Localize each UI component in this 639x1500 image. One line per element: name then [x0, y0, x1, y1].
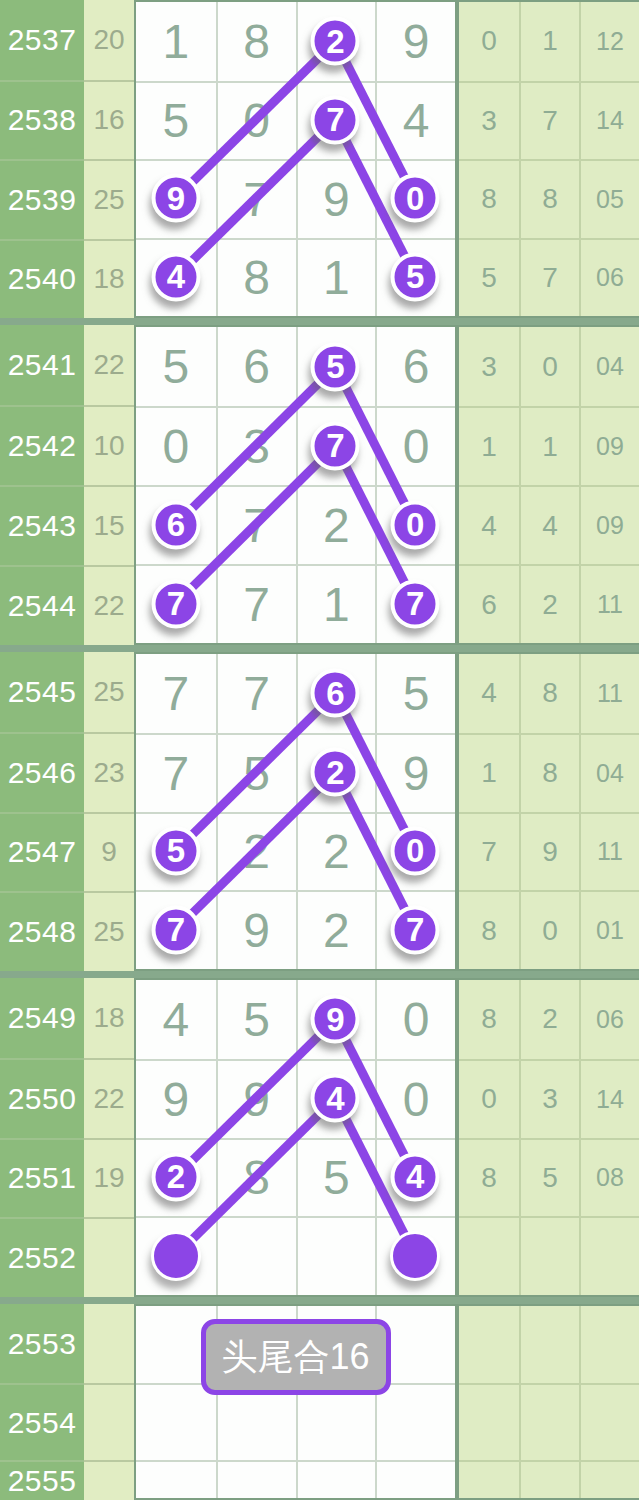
stat-cell: 12	[579, 2, 639, 81]
period-cell: 2542	[0, 405, 84, 485]
period-group: 2549255025512552182219459099402854942482…	[0, 978, 639, 1297]
sum-cell: 19	[84, 1138, 134, 1218]
period-cell: 2543	[0, 485, 84, 565]
stat-cell: 11	[579, 812, 639, 891]
stat-cell: 4	[519, 485, 579, 564]
digit-cell	[136, 1383, 216, 1460]
stat-cell: 5	[459, 238, 519, 317]
sum-cell: 18	[84, 978, 134, 1058]
stat-block	[457, 1304, 639, 1500]
sum-cell: 15	[84, 485, 134, 565]
stat-cell: 3	[459, 81, 519, 160]
stat-cell: 11	[579, 654, 639, 733]
stat-block: 3004110944096211	[457, 325, 639, 645]
period-group: 255325542555头尾合16	[0, 1304, 639, 1500]
prediction-dot	[151, 1231, 201, 1281]
prediction-dot	[390, 1231, 440, 1281]
circled-digit: 7	[311, 95, 360, 144]
stat-cell	[459, 1383, 519, 1460]
stat-cell: 11	[579, 564, 639, 643]
period-column: 2549255025512552	[0, 978, 84, 1297]
sum-cell: 16	[84, 80, 134, 160]
sum-cell: 10	[84, 405, 134, 485]
stat-cell	[519, 1383, 579, 1460]
stat-cell: 01	[579, 890, 639, 969]
stat-cell	[579, 1460, 639, 1498]
circled-digit: 4	[391, 1152, 440, 1201]
period-cell: 2550	[0, 1058, 84, 1138]
circled-digit: 6	[311, 669, 360, 718]
period-column: 2545254625472548	[0, 652, 84, 971]
period-column: 255325542555	[0, 1304, 84, 1500]
sum-cell	[84, 1217, 134, 1297]
stat-cell: 2	[519, 980, 579, 1059]
period-group: 2545254625472548252392577657529522079276…	[0, 652, 639, 971]
period-cell: 2546	[0, 732, 84, 812]
period-column: 2541254225432544	[0, 325, 84, 645]
stat-cell	[519, 1216, 579, 1295]
period-cell: 2549	[0, 978, 84, 1058]
circled-digit: 7	[151, 579, 200, 628]
sum-cell	[84, 1383, 134, 1460]
stat-cell: 8	[459, 159, 519, 238]
digit-grid-block: 4590994028549424	[134, 978, 457, 1297]
sum-cell: 25	[84, 159, 134, 239]
prediction-label: 头尾合16	[201, 1319, 391, 1395]
circled-digit: 7	[311, 421, 360, 470]
stat-cell: 1	[519, 2, 579, 81]
stat-cell: 3	[519, 1059, 579, 1138]
period-cell: 2548	[0, 891, 84, 971]
sum-cell	[84, 1304, 134, 1383]
stat-cell: 06	[579, 238, 639, 317]
stat-cell: 8	[519, 159, 579, 238]
stat-block: 4811180479118001	[457, 652, 639, 971]
stat-cell	[519, 1460, 579, 1498]
circled-digit: 0	[391, 174, 440, 223]
circled-digit: 9	[311, 995, 360, 1044]
circled-digit: 0	[391, 826, 440, 875]
sum-cell: 9	[84, 812, 134, 892]
circled-digit: 7	[391, 905, 440, 954]
circled-digit: 5	[391, 252, 440, 301]
sum-cell: 22	[84, 325, 134, 405]
stat-cell: 14	[579, 1059, 639, 1138]
stat-cell: 8	[459, 1138, 519, 1217]
stat-cell	[579, 1306, 639, 1383]
period-group: 2537253825392540201625181829507497904815…	[0, 0, 639, 318]
stat-cell	[459, 1216, 519, 1295]
stat-cell	[459, 1306, 519, 1383]
sum-column	[84, 1304, 134, 1500]
sum-cell	[84, 1460, 134, 1500]
circled-digit: 9	[151, 174, 200, 223]
circled-digit: 4	[151, 252, 200, 301]
stat-cell: 9	[519, 812, 579, 891]
circled-digit: 2	[151, 1152, 200, 1201]
period-cell: 2538	[0, 80, 84, 160]
sum-cell: 22	[84, 1058, 134, 1138]
period-cell: 2551	[0, 1138, 84, 1218]
stat-cell: 04	[579, 733, 639, 812]
stat-cell: 8	[459, 890, 519, 969]
stat-cell: 4	[459, 654, 519, 733]
digit-grid-block: 7765752952207927625077	[134, 652, 457, 971]
stat-cell: 1	[459, 733, 519, 812]
stat-cell: 06	[579, 980, 639, 1059]
stat-cell: 6	[459, 564, 519, 643]
sum-column: 182219	[84, 978, 134, 1297]
stat-cell: 7	[519, 81, 579, 160]
stat-cell: 0	[519, 890, 579, 969]
sum-cell: 18	[84, 239, 134, 319]
stat-cell	[459, 1460, 519, 1498]
stat-cell: 0	[459, 1059, 519, 1138]
circled-digit: 2	[311, 748, 360, 797]
digit-grid-block: 1829507497904815279045	[134, 0, 457, 318]
stat-cell: 1	[519, 406, 579, 485]
digit-grid-block: 头尾合16	[134, 1304, 457, 1500]
stat-cell: 14	[579, 81, 639, 160]
stat-cell: 8	[519, 654, 579, 733]
circled-digit: 0	[391, 500, 440, 549]
stat-cell: 0	[459, 2, 519, 81]
stat-block: 0112371488055706	[457, 0, 639, 318]
sum-cell: 25	[84, 891, 134, 971]
period-cell: 2544	[0, 565, 84, 645]
sum-cell: 22	[84, 565, 134, 645]
stat-cell: 7	[459, 812, 519, 891]
stat-cell: 3	[459, 327, 519, 406]
stat-cell: 09	[579, 485, 639, 564]
period-cell: 2541	[0, 325, 84, 405]
stat-cell: 05	[579, 159, 639, 238]
period-column: 2537253825392540	[0, 0, 84, 318]
digit-grid-block: 5656037067207717576077	[134, 325, 457, 645]
stat-cell: 08	[579, 1138, 639, 1217]
digit-cell	[216, 1460, 296, 1498]
sum-column: 2523925	[84, 652, 134, 971]
stat-cell: 2	[519, 564, 579, 643]
stat-cell	[519, 1306, 579, 1383]
stat-cell: 8	[519, 733, 579, 812]
period-cell: 2553	[0, 1304, 84, 1383]
stat-cell: 4	[459, 485, 519, 564]
digit-cell	[136, 1460, 216, 1498]
digit-cell	[296, 1460, 376, 1498]
circled-digit: 7	[391, 579, 440, 628]
circled-digit: 6	[151, 500, 200, 549]
period-cell: 2555	[0, 1460, 84, 1500]
digit-cell	[375, 1383, 455, 1460]
period-cell: 2540	[0, 239, 84, 319]
stat-cell: 04	[579, 327, 639, 406]
stat-cell: 1	[459, 406, 519, 485]
stat-cell	[579, 1383, 639, 1460]
sum-column: 22101522	[84, 325, 134, 645]
stat-cell: 0	[519, 327, 579, 406]
stat-cell: 5	[519, 1138, 579, 1217]
period-cell: 2547	[0, 812, 84, 892]
stat-cell: 8	[459, 980, 519, 1059]
stat-block: 820603148508	[457, 978, 639, 1297]
sum-cell: 25	[84, 652, 134, 732]
digit-cell	[375, 1460, 455, 1498]
period-group: 2541254225432544221015225656037067207717…	[0, 325, 639, 645]
period-cell: 2539	[0, 159, 84, 239]
sum-cell: 20	[84, 0, 134, 80]
circled-digit: 2	[311, 17, 360, 66]
circled-digit: 4	[311, 1074, 360, 1123]
sum-column: 20162518	[84, 0, 134, 318]
period-cell: 2554	[0, 1383, 84, 1460]
sum-cell: 23	[84, 732, 134, 812]
period-cell: 2545	[0, 652, 84, 732]
period-cell: 2537	[0, 0, 84, 80]
stat-cell	[579, 1216, 639, 1295]
stat-cell: 7	[519, 238, 579, 317]
circled-digit: 5	[311, 342, 360, 391]
stat-cell: 09	[579, 406, 639, 485]
lottery-trend-chart: 2537253825392540201625181829507497904815…	[0, 0, 639, 1500]
circled-digit: 7	[151, 905, 200, 954]
period-cell: 2552	[0, 1217, 84, 1297]
circled-digit: 5	[151, 826, 200, 875]
